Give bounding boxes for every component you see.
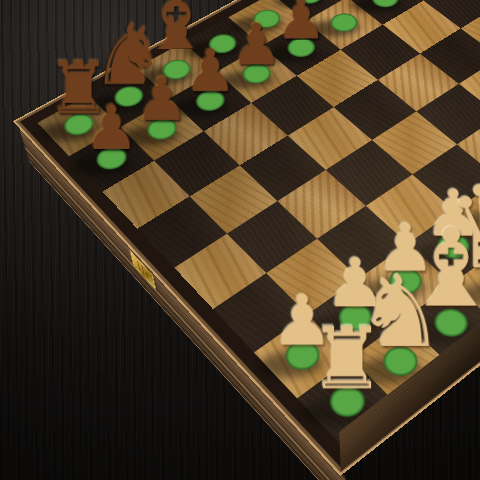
photo-canvas: ♜♞♝♛♚♝♞♜♟♟♟♟♟♟♟♟♟♟♟♟♟♟♟♟♜♞♝♛♚♝♞♜ <box>0 0 480 480</box>
brass-plaque <box>129 249 157 292</box>
chess-box: ♜♞♝♛♚♝♞♜♟♟♟♟♟♟♟♟♟♟♟♟♟♟♟♟♜♞♝♛♚♝♞♜ <box>16 0 480 473</box>
